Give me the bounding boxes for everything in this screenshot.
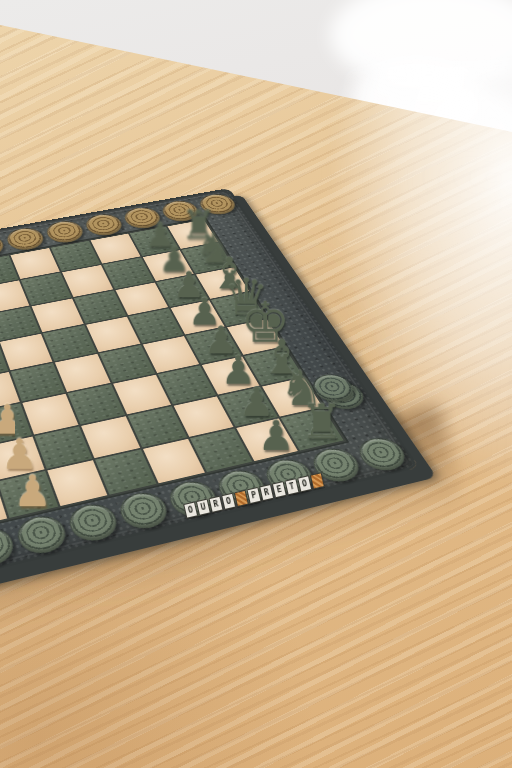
chess-piece-light[interactable]: ♜ bbox=[0, 474, 7, 525]
chess-piece-light[interactable]: ♟ bbox=[6, 469, 59, 513]
rim-checker[interactable] bbox=[65, 500, 123, 545]
rim-checker[interactable] bbox=[115, 489, 173, 533]
rim-checker[interactable] bbox=[0, 524, 18, 571]
chess-piece-dark[interactable]: ♜ bbox=[297, 398, 347, 446]
chess-piece-dark[interactable]: ♟ bbox=[251, 415, 301, 457]
rim-checker[interactable] bbox=[352, 434, 412, 474]
piece-cell: ♟ bbox=[0, 471, 59, 520]
piece-cell bbox=[142, 439, 207, 486]
chess-board: ♜♟♟♜♞♟♟♞♝♟♟♝♛♟♟♛♚♟♟♚♝♟♟♝♞♟♟♞♜♟♟♜ bbox=[0, 188, 420, 590]
rim-checker[interactable] bbox=[13, 512, 70, 558]
photo-stage: ♜♟♟♜♞♟♟♞♝♟♟♝♛♟♟♛♚♟♟♚♝♟♟♝♞♟♟♞♜♟♟♜ OUROPRE… bbox=[0, 0, 512, 768]
board-scene: ♜♟♟♜♞♟♟♞♝♟♟♝♛♟♟♛♚♟♟♚♝♟♟♝♞♟♟♞♜♟♟♜ bbox=[0, 0, 512, 768]
piece-cell: ♜ bbox=[0, 482, 8, 532]
